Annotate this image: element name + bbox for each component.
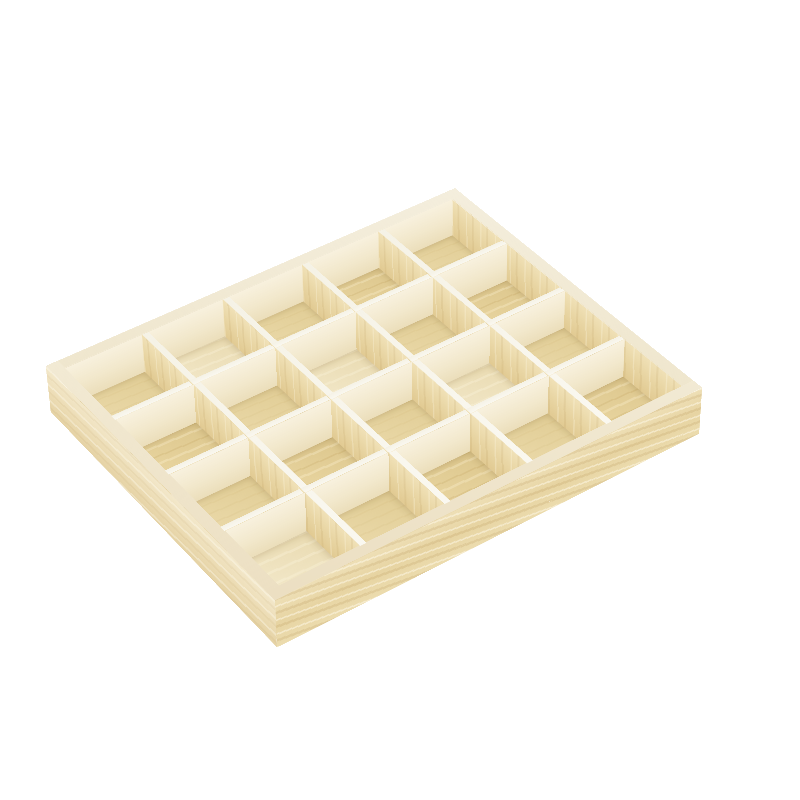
wooden-tray [46,188,703,600]
divider-row-3 [223,299,444,542]
divider-row-4 [142,334,361,584]
product-photo-scene [0,0,800,800]
divider-col-1 [116,244,507,458]
frame-wall-front-left-outer [46,366,277,648]
rim-cap-front-right [266,380,702,600]
frame-wall-left-inner [65,199,452,406]
